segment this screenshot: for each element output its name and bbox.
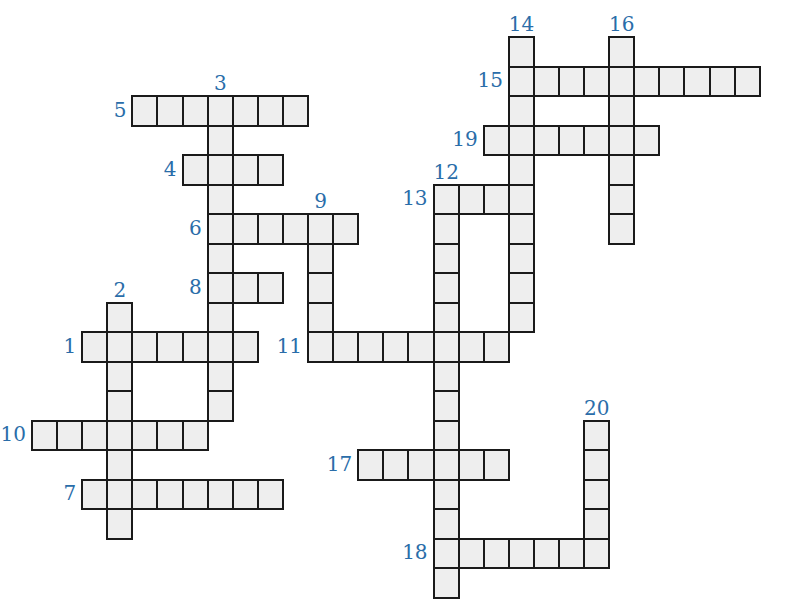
clue-number-across-4: 4 <box>164 159 177 179</box>
grid-cell[interactable] <box>382 449 409 481</box>
grid-cell[interactable] <box>81 420 108 452</box>
clue-number-down-2: 2 <box>113 280 126 300</box>
grid-cell[interactable] <box>533 538 560 570</box>
grid-cell[interactable] <box>508 213 535 245</box>
grid-cell[interactable] <box>207 479 234 511</box>
grid-cell[interactable] <box>458 449 485 481</box>
grid-cell[interactable] <box>131 331 158 363</box>
grid-cell[interactable] <box>106 331 133 363</box>
grid-cell[interactable] <box>207 302 234 334</box>
grid-cell[interactable] <box>583 449 610 481</box>
grid-cell[interactable] <box>433 567 460 599</box>
grid-cell[interactable] <box>182 95 209 127</box>
grid-cell[interactable] <box>282 95 309 127</box>
grid-cell[interactable] <box>232 213 259 245</box>
grid-cell[interactable] <box>583 479 610 511</box>
grid-cell[interactable] <box>608 184 635 216</box>
grid-cell[interactable] <box>683 66 710 98</box>
clue-number-down-20: 20 <box>584 398 609 418</box>
grid-cell[interactable] <box>106 508 133 540</box>
grid-cell[interactable] <box>232 272 259 304</box>
grid-cell[interactable] <box>433 213 460 245</box>
grid-cell[interactable] <box>106 420 133 452</box>
grid-cell[interactable] <box>257 95 284 127</box>
grid-cell[interactable] <box>106 390 133 422</box>
clue-number-down-9: 9 <box>314 191 327 211</box>
grid-cell[interactable] <box>307 243 334 275</box>
grid-cell[interactable] <box>207 125 234 157</box>
grid-cell[interactable] <box>433 390 460 422</box>
grid-cell[interactable] <box>508 125 535 157</box>
grid-cell[interactable] <box>508 95 535 127</box>
grid-cell[interactable] <box>658 66 685 98</box>
grid-cell[interactable] <box>433 184 460 216</box>
grid-cell[interactable] <box>232 95 259 127</box>
grid-cell[interactable] <box>257 213 284 245</box>
grid-cell[interactable] <box>156 420 183 452</box>
grid-cell[interactable] <box>709 66 736 98</box>
grid-cell[interactable] <box>533 66 560 98</box>
grid-cell[interactable] <box>734 66 761 98</box>
grid-cell[interactable] <box>608 125 635 157</box>
grid-cell[interactable] <box>207 272 234 304</box>
grid-cell[interactable] <box>608 66 635 98</box>
clue-number-across-8: 8 <box>189 277 202 297</box>
grid-cell[interactable] <box>583 538 610 570</box>
grid-cell[interactable] <box>31 420 58 452</box>
grid-cell[interactable] <box>433 508 460 540</box>
grid-cell[interactable] <box>81 479 108 511</box>
grid-cell[interactable] <box>156 95 183 127</box>
grid-cell[interactable] <box>458 331 485 363</box>
grid-cell[interactable] <box>483 331 510 363</box>
grid-cell[interactable] <box>106 302 133 334</box>
grid-cell[interactable] <box>558 125 585 157</box>
grid-cell[interactable] <box>182 420 209 452</box>
grid-cell[interactable] <box>558 66 585 98</box>
clue-number-down-14: 14 <box>509 14 534 34</box>
grid-cell[interactable] <box>483 538 510 570</box>
grid-cell[interactable] <box>307 213 334 245</box>
grid-cell[interactable] <box>458 538 485 570</box>
grid-cell[interactable] <box>433 449 460 481</box>
grid-cell[interactable] <box>332 213 359 245</box>
clue-number-across-6: 6 <box>189 218 202 238</box>
grid-cell[interactable] <box>232 479 259 511</box>
grid-cell[interactable] <box>458 184 485 216</box>
grid-cell[interactable] <box>433 361 460 393</box>
grid-cell[interactable] <box>508 184 535 216</box>
grid-cell[interactable] <box>433 243 460 275</box>
clue-number-across-13: 13 <box>402 188 427 208</box>
grid-cell[interactable] <box>558 538 585 570</box>
grid-cell[interactable] <box>207 213 234 245</box>
grid-cell[interactable] <box>508 302 535 334</box>
grid-cell[interactable] <box>407 331 434 363</box>
grid-cell[interactable] <box>508 538 535 570</box>
grid-cell[interactable] <box>433 272 460 304</box>
grid-cell[interactable] <box>608 154 635 186</box>
grid-cell[interactable] <box>182 154 209 186</box>
grid-cell[interactable] <box>583 420 610 452</box>
grid-cell[interactable] <box>307 331 334 363</box>
grid-cell[interactable] <box>433 538 460 570</box>
grid-cell[interactable] <box>433 479 460 511</box>
clue-number-across-15: 15 <box>477 70 502 90</box>
grid-cell[interactable] <box>207 361 234 393</box>
grid-cell[interactable] <box>156 479 183 511</box>
grid-cell[interactable] <box>131 479 158 511</box>
grid-cell[interactable] <box>207 243 234 275</box>
grid-cell[interactable] <box>407 449 434 481</box>
grid-cell[interactable] <box>81 331 108 363</box>
grid-cell[interactable] <box>207 331 234 363</box>
grid-cell[interactable] <box>633 125 660 157</box>
grid-cell[interactable] <box>182 331 209 363</box>
grid-cell[interactable] <box>633 66 660 98</box>
grid-cell[interactable] <box>232 331 259 363</box>
grid-cell[interactable] <box>257 479 284 511</box>
grid-cell[interactable] <box>583 508 610 540</box>
grid-cell[interactable] <box>583 66 610 98</box>
clue-number-down-3: 3 <box>214 73 227 93</box>
grid-cell[interactable] <box>608 36 635 68</box>
grid-cell[interactable] <box>207 390 234 422</box>
grid-cell[interactable] <box>282 213 309 245</box>
grid-cell[interactable] <box>106 361 133 393</box>
grid-cell[interactable] <box>433 420 460 452</box>
grid-cell[interactable] <box>357 449 384 481</box>
clue-number-across-11: 11 <box>277 336 302 356</box>
grid-cell[interactable] <box>508 36 535 68</box>
grid-cell[interactable] <box>207 95 234 127</box>
grid-cell[interactable] <box>483 125 510 157</box>
grid-cell[interactable] <box>182 479 209 511</box>
grid-cell[interactable] <box>131 420 158 452</box>
grid-cell[interactable] <box>608 95 635 127</box>
grid-cell[interactable] <box>106 479 133 511</box>
grid-cell[interactable] <box>508 272 535 304</box>
grid-cell[interactable] <box>307 272 334 304</box>
grid-cell[interactable] <box>307 302 334 334</box>
clue-number-across-1: 1 <box>63 336 76 356</box>
grid-cell[interactable] <box>332 331 359 363</box>
clue-number-down-12: 12 <box>433 162 458 182</box>
grid-cell[interactable] <box>257 154 284 186</box>
grid-cell[interactable] <box>508 66 535 98</box>
clue-number-across-18: 18 <box>402 542 427 562</box>
clue-number-across-17: 17 <box>327 454 352 474</box>
grid-cell[interactable] <box>583 125 610 157</box>
grid-cell[interactable] <box>608 213 635 245</box>
clue-number-down-16: 16 <box>609 14 634 34</box>
grid-cell[interactable] <box>382 331 409 363</box>
grid-cell[interactable] <box>508 243 535 275</box>
grid-cell[interactable] <box>433 331 460 363</box>
grid-cell[interactable] <box>483 449 510 481</box>
grid-cell[interactable] <box>207 184 234 216</box>
clue-number-across-19: 19 <box>452 129 477 149</box>
grid-cell[interactable] <box>56 420 83 452</box>
clue-number-across-10: 10 <box>1 424 26 444</box>
grid-cell[interactable] <box>357 331 384 363</box>
grid-cell[interactable] <box>232 154 259 186</box>
grid-cell[interactable] <box>131 95 158 127</box>
grid-cell[interactable] <box>257 272 284 304</box>
grid-cell[interactable] <box>207 154 234 186</box>
grid-cell[interactable] <box>483 184 510 216</box>
crossword-puzzle: 1456781011131517181923912141620 <box>0 0 785 609</box>
grid-cell[interactable] <box>533 125 560 157</box>
grid-cell[interactable] <box>508 154 535 186</box>
clue-number-across-7: 7 <box>63 483 76 503</box>
grid-cell[interactable] <box>433 302 460 334</box>
crossword-grid <box>32 37 760 598</box>
grid-cell[interactable] <box>156 331 183 363</box>
clue-number-across-5: 5 <box>114 100 127 120</box>
grid-cell[interactable] <box>106 449 133 481</box>
